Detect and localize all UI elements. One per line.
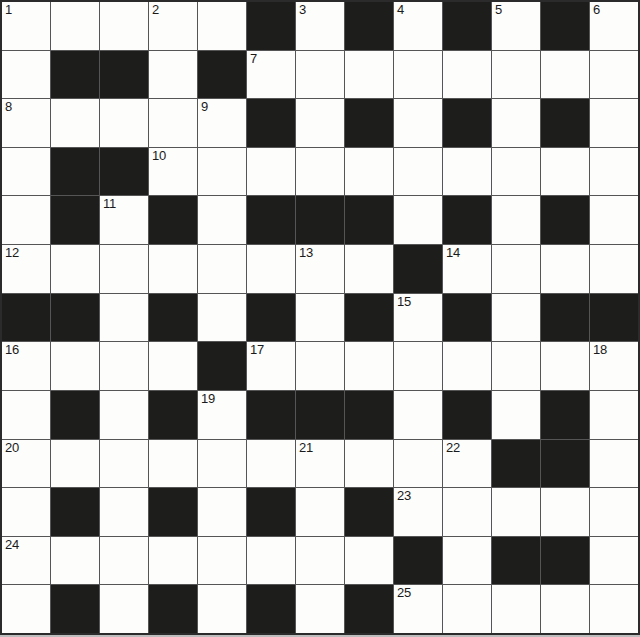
black-cell-r10c7 [345,488,393,536]
white-cell-r10c4[interactable] [198,488,246,536]
black-cell-r1c4 [198,51,246,99]
white-cell-r0c6[interactable]: 3 [296,2,344,50]
white-cell-r1c12[interactable] [590,51,638,99]
white-cell-r8c2[interactable] [100,391,148,439]
white-cell-r7c7[interactable] [345,342,393,390]
white-cell-r9c1[interactable] [51,440,99,488]
white-cell-r2c4[interactable]: 9 [198,99,246,147]
white-cell-r9c3[interactable] [149,440,197,488]
black-cell-r11c10 [492,537,540,585]
white-cell-r1c8[interactable] [394,51,442,99]
white-cell-r5c0[interactable]: 12 [2,245,50,293]
white-cell-r1c5[interactable]: 7 [247,51,295,99]
clue-number-12: 12 [5,246,19,260]
clue-number-9: 9 [201,100,208,114]
black-cell-r4c3 [149,196,197,244]
white-cell-r10c2[interactable] [100,488,148,536]
black-cell-r2c9 [443,99,491,147]
black-cell-r12c3 [149,585,197,633]
white-cell-r2c8[interactable] [394,99,442,147]
black-cell-r12c5 [247,585,295,633]
white-cell-r1c10[interactable] [492,51,540,99]
white-cell-r4c2[interactable]: 11 [100,196,148,244]
white-cell-r5c2[interactable] [100,245,148,293]
white-cell-r8c4[interactable]: 19 [198,391,246,439]
white-cell-r0c3[interactable]: 2 [149,2,197,50]
white-cell-r12c12[interactable] [590,585,638,633]
black-cell-r4c1 [51,196,99,244]
clue-number-13: 13 [299,246,313,260]
clue-number-23: 23 [397,489,411,503]
black-cell-r10c3 [149,488,197,536]
white-cell-r2c3[interactable] [149,99,197,147]
clue-number-20: 20 [5,441,19,455]
clue-number-11: 11 [103,197,116,211]
black-cell-r4c11 [541,196,589,244]
white-cell-r7c2[interactable] [100,342,148,390]
black-cell-r5c8 [394,245,442,293]
white-cell-r3c9[interactable] [443,148,491,196]
black-cell-r4c5 [247,196,295,244]
clue-number-7: 7 [250,52,257,66]
white-cell-r5c10[interactable] [492,245,540,293]
white-cell-r9c5[interactable] [247,440,295,488]
white-cell-r12c9[interactable] [443,585,491,633]
black-cell-r6c12 [590,294,638,342]
black-cell-r8c6 [296,391,344,439]
white-cell-r7c3[interactable] [149,342,197,390]
white-cell-r5c11[interactable] [541,245,589,293]
black-cell-r6c11 [541,294,589,342]
clue-number-5: 5 [495,3,502,17]
white-cell-r7c12[interactable]: 18 [590,342,638,390]
white-cell-r3c12[interactable] [590,148,638,196]
clue-number-21: 21 [299,441,313,455]
black-cell-r6c3 [149,294,197,342]
white-cell-r2c2[interactable] [100,99,148,147]
black-cell-r11c11 [541,537,589,585]
black-cell-r11c8 [394,537,442,585]
white-cell-r4c4[interactable] [198,196,246,244]
white-cell-r7c11[interactable] [541,342,589,390]
white-cell-r6c8[interactable]: 15 [394,294,442,342]
black-cell-r6c1 [51,294,99,342]
black-cell-r8c5 [247,391,295,439]
white-cell-r10c0[interactable] [2,488,50,536]
white-cell-r0c10[interactable]: 5 [492,2,540,50]
white-cell-r8c8[interactable] [394,391,442,439]
white-cell-r11c1[interactable] [51,537,99,585]
white-cell-r11c9[interactable] [443,537,491,585]
white-cell-r11c7[interactable] [345,537,393,585]
clue-number-25: 25 [397,586,411,600]
black-cell-r2c11 [541,99,589,147]
black-cell-r1c1 [51,51,99,99]
white-cell-r9c6[interactable]: 21 [296,440,344,488]
white-cell-r11c3[interactable] [149,537,197,585]
white-cell-r4c10[interactable] [492,196,540,244]
black-cell-r9c11 [541,440,589,488]
white-cell-r4c0[interactable] [2,196,50,244]
white-cell-r2c1[interactable] [51,99,99,147]
white-cell-r0c4[interactable] [198,2,246,50]
white-cell-r7c5[interactable]: 17 [247,342,295,390]
clue-number-14: 14 [446,246,460,260]
white-cell-r10c6[interactable] [296,488,344,536]
black-cell-r0c11 [541,2,589,50]
white-cell-r0c8[interactable]: 4 [394,2,442,50]
black-cell-r8c3 [149,391,197,439]
black-cell-r12c7 [345,585,393,633]
white-cell-r9c0[interactable]: 20 [2,440,50,488]
white-cell-r3c8[interactable] [394,148,442,196]
white-cell-r11c2[interactable] [100,537,148,585]
white-cell-r12c0[interactable] [2,585,50,633]
black-cell-r8c11 [541,391,589,439]
white-cell-r6c10[interactable] [492,294,540,342]
white-cell-r11c12[interactable] [590,537,638,585]
clue-number-18: 18 [593,343,607,357]
white-cell-r12c4[interactable] [198,585,246,633]
white-cell-r1c3[interactable] [149,51,197,99]
white-cell-r5c4[interactable] [198,245,246,293]
white-cell-r8c0[interactable] [2,391,50,439]
white-cell-r1c7[interactable] [345,51,393,99]
white-cell-r10c12[interactable] [590,488,638,536]
white-cell-r0c0[interactable]: 1 [2,2,50,50]
white-cell-r3c10[interactable] [492,148,540,196]
clue-number-19: 19 [201,392,215,406]
white-cell-r1c9[interactable] [443,51,491,99]
black-cell-r7c4 [198,342,246,390]
black-cell-r6c7 [345,294,393,342]
black-cell-r8c7 [345,391,393,439]
black-cell-r6c5 [247,294,295,342]
black-cell-r2c7 [345,99,393,147]
black-cell-r9c10 [492,440,540,488]
white-cell-r3c3[interactable]: 10 [149,148,197,196]
white-cell-r12c6[interactable] [296,585,344,633]
clue-number-3: 3 [299,3,306,17]
black-cell-r4c7 [345,196,393,244]
white-cell-r7c8[interactable] [394,342,442,390]
clue-number-6: 6 [593,3,600,17]
white-cell-r11c5[interactable] [247,537,295,585]
white-cell-r0c2[interactable] [100,2,148,50]
black-cell-r0c5 [247,2,295,50]
black-cell-r8c9 [443,391,491,439]
white-cell-r5c5[interactable] [247,245,295,293]
white-cell-r4c12[interactable] [590,196,638,244]
white-cell-r3c0[interactable] [2,148,50,196]
white-cell-r9c8[interactable] [394,440,442,488]
clue-number-22: 22 [446,441,460,455]
black-cell-r12c1 [51,585,99,633]
white-cell-r11c4[interactable] [198,537,246,585]
white-cell-r3c4[interactable] [198,148,246,196]
clue-number-16: 16 [5,343,19,357]
white-cell-r7c9[interactable] [443,342,491,390]
white-cell-r9c7[interactable] [345,440,393,488]
clue-number-24: 24 [5,538,19,552]
black-cell-r4c6 [296,196,344,244]
white-cell-r7c0[interactable]: 16 [2,342,50,390]
white-cell-r8c12[interactable] [590,391,638,439]
white-cell-r2c10[interactable] [492,99,540,147]
white-cell-r6c6[interactable] [296,294,344,342]
clue-number-17: 17 [250,343,264,357]
white-cell-r0c1[interactable] [51,2,99,50]
white-cell-r2c0[interactable]: 8 [2,99,50,147]
white-cell-r12c2[interactable] [100,585,148,633]
black-cell-r0c7 [345,2,393,50]
black-cell-r10c5 [247,488,295,536]
black-cell-r8c1 [51,391,99,439]
white-cell-r5c1[interactable] [51,245,99,293]
white-cell-r0c12[interactable]: 6 [590,2,638,50]
white-cell-r10c11[interactable] [541,488,589,536]
white-cell-r2c12[interactable] [590,99,638,147]
white-cell-r1c0[interactable] [2,51,50,99]
clue-number-15: 15 [397,295,411,309]
white-cell-r1c11[interactable] [541,51,589,99]
white-cell-r4c8[interactable] [394,196,442,244]
white-cell-r7c6[interactable] [296,342,344,390]
clue-number-10: 10 [152,149,166,163]
white-cell-r2c6[interactable] [296,99,344,147]
clue-number-4: 4 [397,3,404,17]
white-cell-r10c10[interactable] [492,488,540,536]
white-cell-r12c8[interactable]: 25 [394,585,442,633]
white-cell-r3c6[interactable] [296,148,344,196]
white-cell-r5c3[interactable] [149,245,197,293]
black-cell-r3c1 [51,148,99,196]
clue-number-8: 8 [5,100,12,114]
black-cell-r3c2 [100,148,148,196]
white-cell-r9c12[interactable] [590,440,638,488]
white-cell-r6c2[interactable] [100,294,148,342]
clue-number-2: 2 [152,3,159,17]
white-cell-r1c6[interactable] [296,51,344,99]
black-cell-r1c2 [100,51,148,99]
white-cell-r10c9[interactable] [443,488,491,536]
white-cell-r9c2[interactable] [100,440,148,488]
clue-number-1: 1 [5,3,12,17]
white-cell-r9c4[interactable] [198,440,246,488]
black-cell-r2c5 [247,99,295,147]
black-cell-r0c9 [443,2,491,50]
white-cell-r7c10[interactable] [492,342,540,390]
white-cell-r3c5[interactable] [247,148,295,196]
white-cell-r10c8[interactable]: 23 [394,488,442,536]
white-cell-r7c1[interactable] [51,342,99,390]
black-cell-r6c9 [443,294,491,342]
white-cell-r5c6[interactable]: 13 [296,245,344,293]
white-cell-r9c9[interactable]: 22 [443,440,491,488]
white-cell-r6c4[interactable] [198,294,246,342]
black-cell-r10c1 [51,488,99,536]
white-cell-r5c7[interactable] [345,245,393,293]
crossword-grid: 1234567891011121314151617181920212223242… [0,0,640,635]
white-cell-r8c10[interactable] [492,391,540,439]
white-cell-r12c11[interactable] [541,585,589,633]
white-cell-r3c11[interactable] [541,148,589,196]
black-cell-r6c0 [2,294,50,342]
white-cell-r3c7[interactable] [345,148,393,196]
black-cell-r4c9 [443,196,491,244]
white-cell-r5c12[interactable] [590,245,638,293]
white-cell-r11c6[interactable] [296,537,344,585]
white-cell-r5c9[interactable]: 14 [443,245,491,293]
white-cell-r12c10[interactable] [492,585,540,633]
white-cell-r11c0[interactable]: 24 [2,537,50,585]
